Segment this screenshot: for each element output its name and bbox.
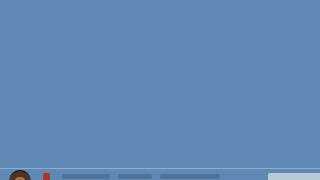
channel-logo-icon (43, 173, 50, 180)
chess-board (0, 0, 320, 168)
banner-text-smudge (118, 174, 152, 179)
banner-cta-button[interactable] (268, 173, 320, 180)
banner-bar (0, 168, 320, 180)
webcam-block (0, 169, 42, 180)
banner-text-smudge (62, 174, 110, 179)
streamer-avatar[interactable] (9, 170, 31, 180)
video-thumbnail-stage (0, 0, 320, 180)
banner-text-smudge (160, 174, 220, 179)
